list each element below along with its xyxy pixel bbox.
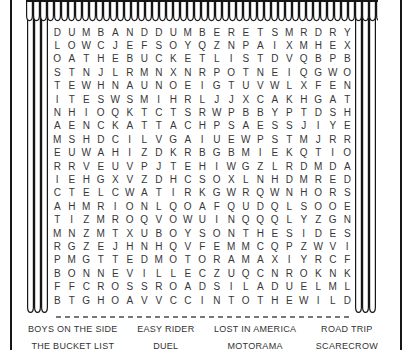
grid-cell-r10c10[interactable]: R <box>181 147 196 160</box>
grid-cell-r1c6[interactable]: N <box>123 26 138 39</box>
grid-cell-r15c5[interactable]: R <box>108 213 123 226</box>
grid-cell-r4c9[interactable]: X <box>166 66 181 79</box>
grid-cell-r5c11[interactable]: I <box>195 80 210 93</box>
grid-cell-r11c16[interactable]: L <box>268 160 283 173</box>
grid-cell-r15c21[interactable]: N <box>340 213 355 226</box>
grid-cell-r18c9[interactable]: O <box>166 254 181 267</box>
grid-cell-r6c9[interactable]: H <box>166 93 181 106</box>
grid-cell-r9c20[interactable]: R <box>326 133 341 146</box>
grid-cell-r6c3[interactable]: E <box>79 93 94 106</box>
grid-cell-r1c16[interactable]: S <box>268 26 283 39</box>
grid-cell-r4c14[interactable]: T <box>239 66 254 79</box>
grid-cell-r5c6[interactable]: A <box>123 80 138 93</box>
grid-cell-r14c10[interactable]: O <box>181 200 196 213</box>
grid-cell-r3c12[interactable]: L <box>210 53 225 66</box>
grid-cell-r7c10[interactable]: S <box>181 106 196 119</box>
grid-cell-r9c4[interactable]: D <box>94 133 109 146</box>
grid-cell-r16c12[interactable]: O <box>210 227 225 240</box>
grid-cell-r1c12[interactable]: E <box>210 26 225 39</box>
grid-cell-r8c19[interactable]: I <box>311 120 326 133</box>
grid-cell-r15c16[interactable]: Q <box>268 213 283 226</box>
grid-cell-r1c19[interactable]: D <box>311 26 326 39</box>
grid-cell-r7c1[interactable]: N <box>50 106 65 119</box>
grid-cell-r13c21[interactable]: S <box>340 187 355 200</box>
grid-cell-r12c18[interactable]: M <box>297 173 312 186</box>
grid-cell-r7c18[interactable]: T <box>297 106 312 119</box>
grid-cell-r6c6[interactable]: S <box>123 93 138 106</box>
grid-cell-r12c21[interactable]: D <box>340 173 355 186</box>
grid-cell-r11c6[interactable]: V <box>123 160 138 173</box>
grid-cell-r20c3[interactable]: C <box>79 280 94 293</box>
grid-cell-r8c1[interactable]: A <box>50 120 65 133</box>
grid-cell-r9c2[interactable]: S <box>65 133 80 146</box>
grid-cell-r14c7[interactable]: N <box>137 200 152 213</box>
grid-cell-r19c5[interactable]: E <box>108 267 123 280</box>
grid-cell-r5c10[interactable]: E <box>181 80 196 93</box>
grid-cell-r5c16[interactable]: W <box>268 80 283 93</box>
grid-cell-r8c3[interactable]: N <box>79 120 94 133</box>
grid-cell-r13c10[interactable]: R <box>181 187 196 200</box>
grid-cell-r14c12[interactable]: F <box>210 200 225 213</box>
grid-cell-r13c13[interactable]: W <box>224 187 239 200</box>
grid-cell-r10c11[interactable]: B <box>195 147 210 160</box>
grid-cell-r10c9[interactable]: K <box>166 147 181 160</box>
grid-cell-r5c17[interactable]: L <box>282 80 297 93</box>
grid-cell-r13c3[interactable]: E <box>79 187 94 200</box>
grid-cell-r3c15[interactable]: T <box>253 53 268 66</box>
grid-cell-r10c7[interactable]: Z <box>137 147 152 160</box>
grid-cell-r19c14[interactable]: Q <box>239 267 254 280</box>
grid-cell-r14c8[interactable]: L <box>152 200 167 213</box>
grid-cell-r16c8[interactable]: B <box>152 227 167 240</box>
grid-cell-r11c15[interactable]: Z <box>253 160 268 173</box>
grid-cell-r18c7[interactable]: D <box>137 254 152 267</box>
grid-cell-r21c13[interactable]: T <box>224 294 239 307</box>
grid-cell-r5c3[interactable]: W <box>79 80 94 93</box>
grid-cell-r9c5[interactable]: C <box>108 133 123 146</box>
grid-cell-r2c3[interactable]: W <box>79 39 94 52</box>
grid-cell-r12c14[interactable]: L <box>239 173 254 186</box>
grid-cell-r3c19[interactable]: B <box>311 53 326 66</box>
grid-cell-r14c13[interactable]: Q <box>224 200 239 213</box>
grid-cell-r10c4[interactable]: A <box>94 147 109 160</box>
grid-cell-r19c15[interactable]: C <box>253 267 268 280</box>
grid-cell-r5c21[interactable]: N <box>340 80 355 93</box>
grid-cell-r20c21[interactable]: L <box>340 280 355 293</box>
grid-cell-r13c5[interactable]: C <box>108 187 123 200</box>
grid-cell-r3c14[interactable]: S <box>239 53 254 66</box>
grid-cell-r4c5[interactable]: L <box>108 66 123 79</box>
grid-cell-r21c14[interactable]: O <box>239 294 254 307</box>
grid-cell-r20c12[interactable]: S <box>210 280 225 293</box>
grid-cell-r3c8[interactable]: C <box>152 53 167 66</box>
grid-cell-r17c14[interactable]: M <box>239 240 254 253</box>
grid-cell-r3c2[interactable]: A <box>65 53 80 66</box>
grid-cell-r6c20[interactable]: A <box>326 93 341 106</box>
grid-cell-r19c2[interactable]: O <box>65 267 80 280</box>
grid-cell-r7c16[interactable]: Y <box>268 106 283 119</box>
grid-cell-r1c20[interactable]: R <box>326 26 341 39</box>
grid-cell-r16c1[interactable]: M <box>50 227 65 240</box>
grid-cell-r3c13[interactable]: I <box>224 53 239 66</box>
grid-cell-r8c11[interactable]: H <box>195 120 210 133</box>
grid-cell-r19c20[interactable]: N <box>326 267 341 280</box>
grid-cell-r18c10[interactable]: T <box>181 254 196 267</box>
grid-cell-r19c6[interactable]: V <box>123 267 138 280</box>
grid-cell-r4c18[interactable]: Q <box>297 66 312 79</box>
grid-cell-r18c13[interactable]: A <box>224 254 239 267</box>
grid-cell-r8c4[interactable]: C <box>94 120 109 133</box>
grid-cell-r16c9[interactable]: O <box>166 227 181 240</box>
grid-cell-r4c19[interactable]: G <box>311 66 326 79</box>
grid-cell-r5c9[interactable]: O <box>166 80 181 93</box>
grid-cell-r17c18[interactable]: Z <box>297 240 312 253</box>
grid-cell-r19c4[interactable]: N <box>94 267 109 280</box>
grid-cell-r5c2[interactable]: E <box>65 80 80 93</box>
grid-cell-r1c9[interactable]: U <box>166 26 181 39</box>
grid-cell-r21c11[interactable]: I <box>195 294 210 307</box>
grid-cell-r21c12[interactable]: N <box>210 294 225 307</box>
grid-cell-r17c15[interactable]: C <box>253 240 268 253</box>
grid-cell-r17c3[interactable]: Z <box>79 240 94 253</box>
grid-cell-r20c14[interactable]: L <box>239 280 254 293</box>
grid-cell-r8c2[interactable]: E <box>65 120 80 133</box>
grid-cell-r19c16[interactable]: N <box>268 267 283 280</box>
grid-cell-r10c5[interactable]: H <box>108 147 123 160</box>
grid-cell-r2c2[interactable]: O <box>65 39 80 52</box>
grid-cell-r21c9[interactable]: C <box>166 294 181 307</box>
grid-cell-r2c11[interactable]: Q <box>195 39 210 52</box>
grid-cell-r19c3[interactable]: N <box>79 267 94 280</box>
grid-cell-r16c2[interactable]: N <box>65 227 80 240</box>
grid-cell-r5c4[interactable]: H <box>94 80 109 93</box>
grid-cell-r18c4[interactable]: T <box>94 254 109 267</box>
grid-cell-r21c5[interactable]: O <box>108 294 123 307</box>
grid-cell-r10c15[interactable]: I <box>253 147 268 160</box>
grid-cell-r5c18[interactable]: X <box>297 80 312 93</box>
grid-cell-r3c16[interactable]: D <box>268 53 283 66</box>
grid-cell-r8c18[interactable]: J <box>297 120 312 133</box>
grid-cell-r2c21[interactable]: X <box>340 39 355 52</box>
grid-cell-r4c15[interactable]: N <box>253 66 268 79</box>
grid-cell-r11c5[interactable]: U <box>108 160 123 173</box>
grid-cell-r19c10[interactable]: E <box>181 267 196 280</box>
grid-cell-r16c16[interactable]: E <box>268 227 283 240</box>
grid-cell-r11c17[interactable]: R <box>282 160 297 173</box>
grid-cell-r6c10[interactable]: R <box>181 93 196 106</box>
grid-cell-r13c14[interactable]: R <box>239 187 254 200</box>
grid-cell-r8c6[interactable]: A <box>123 120 138 133</box>
grid-cell-r15c6[interactable]: O <box>123 213 138 226</box>
grid-cell-r14c9[interactable]: Q <box>166 200 181 213</box>
grid-cell-r8c7[interactable]: T <box>137 120 152 133</box>
grid-cell-r3c21[interactable]: B <box>340 53 355 66</box>
grid-cell-r1c1[interactable]: D <box>50 26 65 39</box>
grid-cell-r1c21[interactable]: Y <box>340 26 355 39</box>
grid-cell-r2c7[interactable]: F <box>137 39 152 52</box>
grid-cell-r6c14[interactable]: X <box>239 93 254 106</box>
grid-cell-r18c21[interactable]: F <box>340 254 355 267</box>
grid-cell-r18c12[interactable]: R <box>210 254 225 267</box>
grid-cell-r17c4[interactable]: E <box>94 240 109 253</box>
grid-cell-r15c1[interactable]: T <box>50 213 65 226</box>
grid-cell-r6c8[interactable]: I <box>152 93 167 106</box>
grid-cell-r9c6[interactable]: I <box>123 133 138 146</box>
grid-cell-r16c10[interactable]: Y <box>181 227 196 240</box>
grid-cell-r4c17[interactable]: I <box>282 66 297 79</box>
grid-cell-r1c13[interactable]: R <box>224 26 239 39</box>
grid-cell-r10c17[interactable]: K <box>282 147 297 160</box>
grid-cell-r11c3[interactable]: V <box>79 160 94 173</box>
grid-cell-r6c18[interactable]: H <box>297 93 312 106</box>
grid-cell-r7c3[interactable]: I <box>79 106 94 119</box>
grid-cell-r21c1[interactable]: B <box>50 294 65 307</box>
grid-cell-r1c18[interactable]: R <box>297 26 312 39</box>
grid-cell-r13c15[interactable]: Q <box>253 187 268 200</box>
grid-cell-r3c10[interactable]: E <box>181 53 196 66</box>
grid-cell-r9c3[interactable]: H <box>79 133 94 146</box>
grid-cell-r21c19[interactable]: I <box>311 294 326 307</box>
grid-cell-r11c2[interactable]: R <box>65 160 80 173</box>
grid-cell-r21c7[interactable]: V <box>137 294 152 307</box>
grid-cell-r5c8[interactable]: N <box>152 80 167 93</box>
grid-cell-r8c10[interactable]: C <box>181 120 196 133</box>
grid-cell-r6c13[interactable]: J <box>224 93 239 106</box>
grid-cell-r5c19[interactable]: F <box>311 80 326 93</box>
grid-cell-r8c9[interactable]: A <box>166 120 181 133</box>
grid-cell-r10c14[interactable]: M <box>239 147 254 160</box>
grid-cell-r21c8[interactable]: V <box>152 294 167 307</box>
grid-cell-r15c14[interactable]: Q <box>239 213 254 226</box>
grid-cell-r21c6[interactable]: A <box>123 294 138 307</box>
grid-cell-r4c11[interactable]: R <box>195 66 210 79</box>
grid-cell-r6c21[interactable]: T <box>340 93 355 106</box>
grid-cell-r19c17[interactable]: R <box>282 267 297 280</box>
grid-cell-r9c19[interactable]: J <box>311 133 326 146</box>
grid-cell-r2c5[interactable]: J <box>108 39 123 52</box>
grid-cell-r2c16[interactable]: I <box>268 39 283 52</box>
grid-cell-r14c16[interactable]: Q <box>268 200 283 213</box>
grid-cell-r16c18[interactable]: I <box>297 227 312 240</box>
grid-cell-r21c18[interactable]: W <box>297 294 312 307</box>
grid-cell-r9c16[interactable]: S <box>268 133 283 146</box>
grid-cell-r13c6[interactable]: W <box>123 187 138 200</box>
grid-cell-r21c15[interactable]: T <box>253 294 268 307</box>
grid-cell-r9c21[interactable]: R <box>340 133 355 146</box>
grid-cell-r7c2[interactable]: H <box>65 106 80 119</box>
grid-cell-r20c7[interactable]: S <box>137 280 152 293</box>
grid-cell-r16c19[interactable]: D <box>311 227 326 240</box>
grid-cell-r10c19[interactable]: T <box>311 147 326 160</box>
grid-cell-r3c18[interactable]: Q <box>297 53 312 66</box>
grid-cell-r16c6[interactable]: X <box>123 227 138 240</box>
grid-cell-r3c4[interactable]: H <box>94 53 109 66</box>
grid-cell-r20c13[interactable]: I <box>224 280 239 293</box>
grid-cell-r12c5[interactable]: X <box>108 173 123 186</box>
grid-cell-r9c14[interactable]: W <box>239 133 254 146</box>
grid-cell-r12c3[interactable]: H <box>79 173 94 186</box>
grid-cell-r20c16[interactable]: D <box>268 280 283 293</box>
grid-cell-r7c15[interactable]: B <box>253 106 268 119</box>
grid-cell-r7c20[interactable]: S <box>326 106 341 119</box>
grid-cell-r16c20[interactable]: E <box>326 227 341 240</box>
grid-cell-r7c19[interactable]: D <box>311 106 326 119</box>
grid-cell-r3c17[interactable]: V <box>282 53 297 66</box>
grid-cell-r19c8[interactable]: L <box>152 267 167 280</box>
grid-cell-r10c21[interactable]: O <box>340 147 355 160</box>
grid-cell-r4c4[interactable]: J <box>94 66 109 79</box>
grid-cell-r14c3[interactable]: M <box>79 200 94 213</box>
grid-cell-r7c8[interactable]: C <box>152 106 167 119</box>
grid-cell-r8c8[interactable]: T <box>152 120 167 133</box>
grid-cell-r1c15[interactable]: T <box>253 26 268 39</box>
grid-cell-r18c19[interactable]: R <box>311 254 326 267</box>
grid-cell-r1c4[interactable]: B <box>94 26 109 39</box>
grid-cell-r15c20[interactable]: G <box>326 213 341 226</box>
grid-cell-r15c18[interactable]: Y <box>297 213 312 226</box>
grid-cell-r20c17[interactable]: U <box>282 280 297 293</box>
grid-cell-r13c7[interactable]: A <box>137 187 152 200</box>
grid-cell-r14c1[interactable]: A <box>50 200 65 213</box>
grid-cell-r20c2[interactable]: F <box>65 280 80 293</box>
grid-cell-r13c16[interactable]: W <box>268 187 283 200</box>
grid-cell-r17c20[interactable]: V <box>326 240 341 253</box>
grid-cell-r15c17[interactable]: L <box>282 213 297 226</box>
grid-cell-r6c5[interactable]: W <box>108 93 123 106</box>
grid-cell-r11c11[interactable]: H <box>195 160 210 173</box>
grid-cell-r6c15[interactable]: C <box>253 93 268 106</box>
grid-cell-r20c5[interactable]: O <box>108 280 123 293</box>
grid-cell-r12c7[interactable]: Z <box>137 173 152 186</box>
grid-cell-r16c13[interactable]: N <box>224 227 239 240</box>
grid-cell-r6c19[interactable]: G <box>311 93 326 106</box>
grid-cell-r12c4[interactable]: G <box>94 173 109 186</box>
grid-cell-r15c3[interactable]: Z <box>79 213 94 226</box>
grid-cell-r1c7[interactable]: D <box>137 26 152 39</box>
grid-cell-r13c4[interactable]: L <box>94 187 109 200</box>
grid-cell-r9c10[interactable]: A <box>181 133 196 146</box>
grid-cell-r15c8[interactable]: V <box>152 213 167 226</box>
grid-cell-r14c18[interactable]: S <box>297 200 312 213</box>
grid-cell-r3c11[interactable]: T <box>195 53 210 66</box>
grid-cell-r11c4[interactable]: E <box>94 160 109 173</box>
grid-cell-r12c11[interactable]: S <box>195 173 210 186</box>
grid-cell-r6c4[interactable]: S <box>94 93 109 106</box>
grid-cell-r11c18[interactable]: D <box>297 160 312 173</box>
grid-cell-r20c8[interactable]: R <box>152 280 167 293</box>
grid-cell-r2c20[interactable]: E <box>326 39 341 52</box>
grid-cell-r10c8[interactable]: D <box>152 147 167 160</box>
grid-cell-r3c6[interactable]: B <box>123 53 138 66</box>
grid-cell-r16c4[interactable]: M <box>94 227 109 240</box>
grid-cell-r4c10[interactable]: N <box>181 66 196 79</box>
grid-cell-r4c2[interactable]: T <box>65 66 80 79</box>
grid-cell-r15c4[interactable]: M <box>94 213 109 226</box>
grid-cell-r15c7[interactable]: Q <box>137 213 152 226</box>
grid-cell-r13c19[interactable]: O <box>311 187 326 200</box>
grid-cell-r7c9[interactable]: T <box>166 106 181 119</box>
grid-cell-r3c1[interactable]: O <box>50 53 65 66</box>
grid-cell-r16c14[interactable]: T <box>239 227 254 240</box>
grid-cell-r12c6[interactable]: V <box>123 173 138 186</box>
grid-cell-r8c16[interactable]: S <box>268 120 283 133</box>
grid-cell-r19c1[interactable]: B <box>50 267 65 280</box>
grid-cell-r9c15[interactable]: P <box>253 133 268 146</box>
grid-cell-r18c17[interactable]: I <box>282 254 297 267</box>
grid-cell-r10c16[interactable]: E <box>268 147 283 160</box>
grid-cell-r20c10[interactable]: A <box>181 280 196 293</box>
grid-cell-r15c19[interactable]: Z <box>311 213 326 226</box>
grid-cell-r17c2[interactable]: G <box>65 240 80 253</box>
grid-cell-r6c2[interactable]: T <box>65 93 80 106</box>
grid-cell-r13c17[interactable]: N <box>282 187 297 200</box>
grid-cell-r2c13[interactable]: N <box>224 39 239 52</box>
grid-cell-r1c14[interactable]: E <box>239 26 254 39</box>
grid-cell-r2c19[interactable]: H <box>311 39 326 52</box>
grid-cell-r1c5[interactable]: A <box>108 26 123 39</box>
grid-cell-r13c9[interactable]: I <box>166 187 181 200</box>
grid-cell-r8c15[interactable]: E <box>253 120 268 133</box>
grid-cell-r14c4[interactable]: R <box>94 200 109 213</box>
grid-cell-r8c14[interactable]: A <box>239 120 254 133</box>
grid-cell-r18c11[interactable]: O <box>195 254 210 267</box>
grid-cell-r8c13[interactable]: S <box>224 120 239 133</box>
grid-cell-r21c4[interactable]: H <box>94 294 109 307</box>
grid-cell-r7c4[interactable]: O <box>94 106 109 119</box>
grid-cell-r20c9[interactable]: O <box>166 280 181 293</box>
grid-cell-r14c14[interactable]: U <box>239 200 254 213</box>
grid-cell-r8c5[interactable]: K <box>108 120 123 133</box>
grid-cell-r4c16[interactable]: E <box>268 66 283 79</box>
grid-cell-r11c9[interactable]: T <box>166 160 181 173</box>
grid-cell-r14c2[interactable]: H <box>65 200 80 213</box>
grid-cell-r16c7[interactable]: U <box>137 227 152 240</box>
grid-cell-r12c15[interactable]: N <box>253 173 268 186</box>
grid-cell-r16c15[interactable]: H <box>253 227 268 240</box>
grid-cell-r1c10[interactable]: M <box>181 26 196 39</box>
grid-cell-r5c20[interactable]: E <box>326 80 341 93</box>
grid-cell-r13c11[interactable]: K <box>195 187 210 200</box>
grid-cell-r16c21[interactable]: S <box>340 227 355 240</box>
grid-cell-r7c17[interactable]: P <box>282 106 297 119</box>
grid-cell-r3c3[interactable]: T <box>79 53 94 66</box>
grid-cell-r10c2[interactable]: U <box>65 147 80 160</box>
grid-cell-r4c13[interactable]: O <box>224 66 239 79</box>
grid-cell-r1c2[interactable]: U <box>65 26 80 39</box>
grid-cell-r2c6[interactable]: E <box>123 39 138 52</box>
grid-cell-r4c21[interactable]: O <box>340 66 355 79</box>
grid-cell-r7c7[interactable]: T <box>137 106 152 119</box>
grid-cell-r1c8[interactable]: D <box>152 26 167 39</box>
grid-cell-r10c12[interactable]: G <box>210 147 225 160</box>
grid-cell-r8c17[interactable]: S <box>282 120 297 133</box>
grid-cell-r4c12[interactable]: P <box>210 66 225 79</box>
grid-cell-r6c11[interactable]: L <box>195 93 210 106</box>
grid-cell-r7c21[interactable]: H <box>340 106 355 119</box>
grid-cell-r11c8[interactable]: J <box>152 160 167 173</box>
grid-cell-r14c5[interactable]: I <box>108 200 123 213</box>
grid-cell-r20c1[interactable]: F <box>50 280 65 293</box>
grid-cell-r11c12[interactable]: I <box>210 160 225 173</box>
grid-cell-r13c20[interactable]: R <box>326 187 341 200</box>
grid-cell-r6c16[interactable]: A <box>268 93 283 106</box>
grid-cell-r17c11[interactable]: F <box>195 240 210 253</box>
grid-cell-r3c20[interactable]: P <box>326 53 341 66</box>
grid-cell-r17c21[interactable]: I <box>340 240 355 253</box>
grid-cell-r15c9[interactable]: O <box>166 213 181 226</box>
grid-cell-r2c18[interactable]: M <box>297 39 312 52</box>
grid-cell-r21c20[interactable]: L <box>326 294 341 307</box>
